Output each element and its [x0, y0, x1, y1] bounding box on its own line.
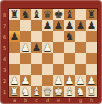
- square-d5[interactable]: ♟: [42, 42, 53, 53]
- chess-board-frame: 87654321 abcdefgh ♜♞♝♛♚♝♜♟♟♟♟♟♟♞♟♟♟♟♟♟♟♟…: [0, 0, 102, 104]
- square-f4[interactable]: [64, 53, 75, 64]
- square-e6[interactable]: [53, 31, 64, 42]
- black-pawn-icon[interactable]: ♟: [9, 31, 20, 42]
- rank-label-2: 2: [0, 75, 9, 86]
- square-d4[interactable]: [42, 53, 53, 64]
- square-b1[interactable]: ♞: [20, 86, 31, 97]
- file-label-e: e: [53, 96, 64, 104]
- black-knight-icon[interactable]: ♞: [20, 9, 31, 20]
- white-rook-icon[interactable]: ♜: [86, 86, 97, 97]
- rank-labels: 87654321: [0, 9, 9, 97]
- square-e1[interactable]: ♚: [53, 86, 64, 97]
- rank-label-3: 3: [0, 64, 9, 75]
- square-a8[interactable]: ♜: [9, 9, 20, 20]
- square-c7[interactable]: [31, 20, 42, 31]
- square-g7[interactable]: ♟: [75, 20, 86, 31]
- file-label-b: b: [20, 96, 31, 104]
- square-h4[interactable]: [86, 53, 97, 64]
- black-pawn-icon[interactable]: ♟: [53, 20, 64, 31]
- rank-label-8: 8: [0, 9, 9, 20]
- square-c4[interactable]: [31, 53, 42, 64]
- square-g1[interactable]: ♞: [75, 86, 86, 97]
- rank-label-6: 6: [0, 31, 9, 42]
- square-h1[interactable]: ♜: [86, 86, 97, 97]
- square-c1[interactable]: ♝: [31, 86, 42, 97]
- black-pawn-icon[interactable]: ♟: [75, 20, 86, 31]
- square-h6[interactable]: [86, 31, 97, 42]
- file-label-d: d: [42, 96, 53, 104]
- black-pawn-icon[interactable]: ♟: [86, 20, 97, 31]
- white-knight-icon[interactable]: ♞: [75, 86, 86, 97]
- rank-label-4: 4: [0, 53, 9, 64]
- square-c3[interactable]: [31, 64, 42, 75]
- file-label-h: h: [86, 96, 97, 104]
- square-g5[interactable]: [75, 42, 86, 53]
- black-pawn-icon[interactable]: ♟: [31, 42, 42, 53]
- square-g6[interactable]: [75, 31, 86, 42]
- square-d3[interactable]: [42, 64, 53, 75]
- square-a5[interactable]: [9, 42, 20, 53]
- square-f1[interactable]: ♝: [64, 86, 75, 97]
- white-king-icon[interactable]: ♚: [53, 86, 64, 97]
- black-knight-icon[interactable]: ♞: [64, 31, 75, 42]
- white-bishop-icon[interactable]: ♝: [31, 86, 42, 97]
- black-rook-icon[interactable]: ♜: [9, 9, 20, 20]
- white-knight-icon[interactable]: ♞: [20, 86, 31, 97]
- square-d1[interactable]: ♛: [42, 86, 53, 97]
- square-a4[interactable]: [9, 53, 20, 64]
- square-b8[interactable]: ♞: [20, 9, 31, 20]
- square-h5[interactable]: [86, 42, 97, 53]
- square-b5[interactable]: ♟: [20, 42, 31, 53]
- file-label-g: g: [75, 96, 86, 104]
- rank-label-1: 1: [0, 86, 9, 97]
- square-f6[interactable]: ♞: [64, 31, 75, 42]
- square-b4[interactable]: [20, 53, 31, 64]
- square-f5[interactable]: [64, 42, 75, 53]
- black-pawn-icon[interactable]: ♟: [42, 20, 53, 31]
- square-d7[interactable]: ♟: [42, 20, 53, 31]
- square-e5[interactable]: [53, 42, 64, 53]
- rank-label-7: 7: [0, 20, 9, 31]
- white-pawn-icon[interactable]: ♟: [20, 42, 31, 53]
- file-label-f: f: [64, 96, 75, 104]
- file-label-a: a: [9, 96, 20, 104]
- chess-board: ♜♞♝♛♚♝♜♟♟♟♟♟♟♞♟♟♟♟♟♟♟♟♟♜♞♝♛♚♝♞♜: [9, 9, 97, 97]
- square-c5[interactable]: ♟: [31, 42, 42, 53]
- square-a1[interactable]: ♜: [9, 86, 20, 97]
- square-c8[interactable]: ♝: [31, 9, 42, 20]
- file-label-c: c: [31, 96, 42, 104]
- rank-label-5: 5: [0, 42, 9, 53]
- white-bishop-icon[interactable]: ♝: [64, 86, 75, 97]
- square-h7[interactable]: ♟: [86, 20, 97, 31]
- white-rook-icon[interactable]: ♜: [9, 86, 20, 97]
- square-b7[interactable]: [20, 20, 31, 31]
- square-a6[interactable]: ♟: [9, 31, 20, 42]
- square-e7[interactable]: ♟: [53, 20, 64, 31]
- white-pawn-icon[interactable]: ♟: [42, 42, 53, 53]
- square-e4[interactable]: [53, 53, 64, 64]
- white-queen-icon[interactable]: ♛: [42, 86, 53, 97]
- file-labels: abcdefgh: [9, 96, 97, 104]
- square-g4[interactable]: [75, 53, 86, 64]
- black-bishop-icon[interactable]: ♝: [31, 9, 42, 20]
